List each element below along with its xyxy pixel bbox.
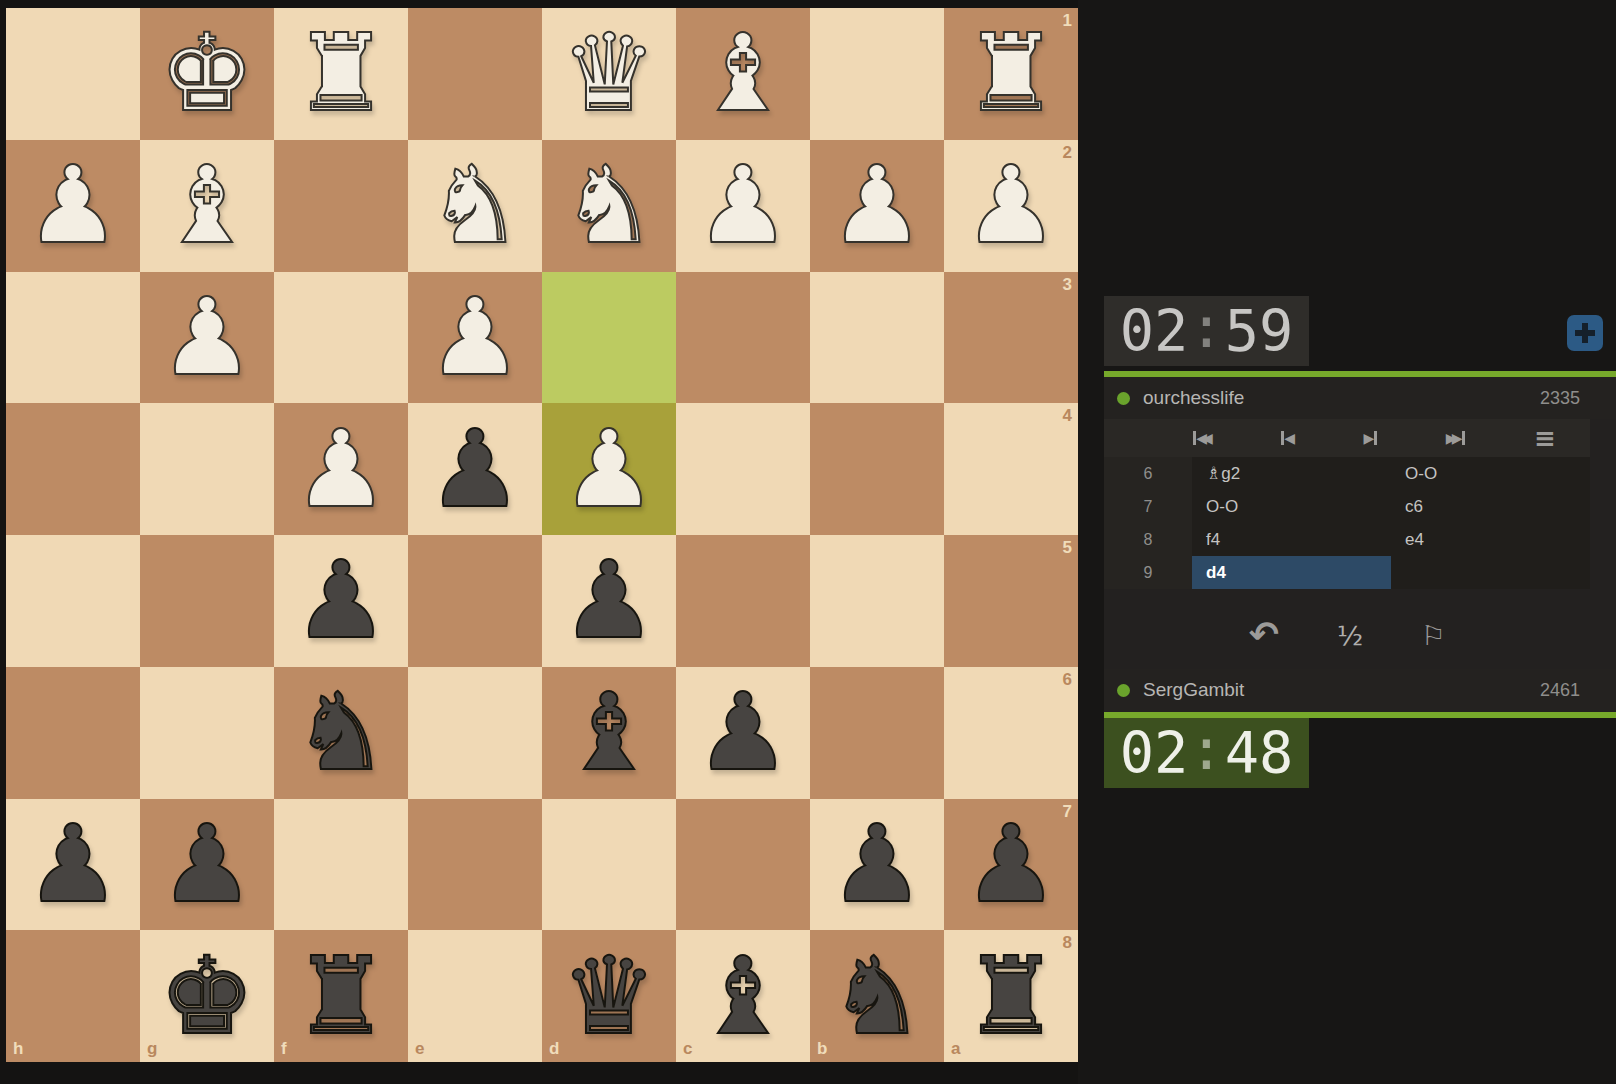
file-label: a bbox=[951, 1040, 960, 1057]
white-rook[interactable]: ♜ bbox=[963, 20, 1059, 127]
previous-button[interactable]: ◀ bbox=[1279, 429, 1297, 447]
move-black[interactable]: O-O bbox=[1391, 457, 1590, 490]
square-e2[interactable]: ♞ bbox=[408, 140, 542, 272]
flag-icon: ⚐ bbox=[1421, 620, 1445, 651]
square-c8[interactable]: ♝c bbox=[676, 930, 810, 1062]
black-clock: 02:48 bbox=[1104, 718, 1309, 788]
clock-colon: : bbox=[1189, 716, 1223, 782]
square-f3[interactable] bbox=[274, 272, 408, 404]
white-bishop[interactable]: ♝ bbox=[159, 152, 255, 259]
clock-minutes: 02 bbox=[1120, 720, 1189, 786]
square-b1[interactable] bbox=[810, 8, 944, 140]
clock-colon: : bbox=[1189, 294, 1223, 360]
move-row: 6♗g2O-O bbox=[1104, 457, 1590, 490]
square-g4[interactable] bbox=[140, 403, 274, 535]
draw-offer-button[interactable]: ½ bbox=[1331, 621, 1369, 650]
next-button[interactable]: ▶ bbox=[1362, 429, 1380, 447]
square-f2[interactable] bbox=[274, 140, 408, 272]
file-label: b bbox=[817, 1040, 827, 1057]
square-a2[interactable]: ♟2 bbox=[944, 140, 1078, 272]
square-f4[interactable]: ♟ bbox=[274, 403, 408, 535]
square-b7[interactable]: ♟ bbox=[810, 799, 944, 931]
square-e1[interactable] bbox=[408, 8, 542, 140]
white-pawn[interactable]: ♟ bbox=[829, 152, 925, 259]
square-b5[interactable] bbox=[810, 535, 944, 667]
current-move[interactable]: d4 bbox=[1192, 556, 1391, 589]
move-list: 6♗g2O-O7O-Oc68f4e49d4 bbox=[1104, 457, 1590, 589]
rank-label: 6 bbox=[1063, 671, 1072, 688]
last-button[interactable]: ▶▶ bbox=[1444, 429, 1468, 447]
previous-icon: ◀ bbox=[1284, 431, 1295, 445]
game-action-buttons: ↶ ½ ⚐ bbox=[1104, 605, 1590, 665]
rank-label: 7 bbox=[1063, 803, 1072, 820]
black-bishop[interactable]: ♝ bbox=[695, 943, 791, 1050]
white-pawn[interactable]: ♟ bbox=[963, 152, 1059, 259]
square-c2[interactable]: ♟ bbox=[676, 140, 810, 272]
last-icon: ▶▶ bbox=[1446, 431, 1463, 445]
online-indicator bbox=[1117, 684, 1130, 697]
chess-board: ♚♜♛♝♜1♟♝♞♞♟♟♟2♟♟3♟♟♟4♟♟5♞♝♟6♟♟♟♟7h♚g♜fe♛… bbox=[6, 8, 1078, 1062]
rank-label: 3 bbox=[1063, 276, 1072, 293]
black-knight[interactable]: ♞ bbox=[293, 679, 389, 786]
square-h8[interactable]: h bbox=[6, 930, 140, 1062]
plus-icon bbox=[1567, 315, 1603, 351]
square-b3[interactable] bbox=[810, 272, 944, 404]
square-d4[interactable]: ♟ bbox=[542, 403, 676, 535]
move-nav: ◀◀◀▶▶▶≡ bbox=[1104, 419, 1590, 457]
player-row-top: ourchesslife 2335 bbox=[1104, 377, 1616, 419]
menu-icon: ≡ bbox=[1534, 425, 1556, 451]
white-knight[interactable]: ♞ bbox=[561, 152, 657, 259]
white-clock: 02:59 bbox=[1104, 296, 1309, 366]
white-rook[interactable]: ♜ bbox=[293, 20, 389, 127]
square-f1[interactable]: ♜ bbox=[274, 8, 408, 140]
square-g8[interactable]: ♚g bbox=[140, 930, 274, 1062]
move-number: 7 bbox=[1104, 490, 1192, 523]
square-g1[interactable]: ♚ bbox=[140, 8, 274, 140]
black-rook[interactable]: ♜ bbox=[963, 943, 1059, 1050]
white-bishop[interactable]: ♝ bbox=[695, 20, 791, 127]
move-number: 9 bbox=[1104, 556, 1192, 589]
menu-button[interactable]: ≡ bbox=[1532, 423, 1558, 453]
clock-seconds: 59 bbox=[1225, 298, 1294, 364]
square-d3[interactable] bbox=[542, 272, 676, 404]
file-label: h bbox=[13, 1040, 23, 1057]
white-pawn[interactable]: ♟ bbox=[695, 152, 791, 259]
square-a6[interactable]: 6 bbox=[944, 667, 1078, 799]
square-d5[interactable]: ♟ bbox=[542, 535, 676, 667]
move-black[interactable]: c6 bbox=[1391, 490, 1590, 523]
black-rook[interactable]: ♜ bbox=[293, 943, 389, 1050]
black-knight[interactable]: ♞ bbox=[829, 943, 925, 1050]
square-h7[interactable]: ♟ bbox=[6, 799, 140, 931]
move-black[interactable]: e4 bbox=[1391, 523, 1590, 556]
white-king[interactable]: ♚ bbox=[159, 20, 255, 127]
square-h6[interactable] bbox=[6, 667, 140, 799]
square-c1[interactable]: ♝ bbox=[676, 8, 810, 140]
square-h3[interactable] bbox=[6, 272, 140, 404]
square-b4[interactable] bbox=[810, 403, 944, 535]
square-d1[interactable]: ♛ bbox=[542, 8, 676, 140]
square-h1[interactable] bbox=[6, 8, 140, 140]
square-d8[interactable]: ♛d bbox=[542, 930, 676, 1062]
square-f5[interactable]: ♟ bbox=[274, 535, 408, 667]
square-d6[interactable]: ♝ bbox=[542, 667, 676, 799]
square-a3[interactable]: 3 bbox=[944, 272, 1078, 404]
square-g7[interactable]: ♟ bbox=[140, 799, 274, 931]
square-g3[interactable]: ♟ bbox=[140, 272, 274, 404]
move-row: 8f4e4 bbox=[1104, 523, 1590, 556]
move-black[interactable] bbox=[1391, 556, 1590, 589]
game-info-panel: ourchesslife 2335 ◀◀◀▶▶▶≡ 6♗g2O-O7O-Oc68… bbox=[1104, 377, 1616, 712]
next-icon: ▶ bbox=[1364, 431, 1375, 445]
move-white[interactable]: ♗g2 bbox=[1192, 457, 1391, 490]
square-g6[interactable] bbox=[140, 667, 274, 799]
square-h2[interactable]: ♟ bbox=[6, 140, 140, 272]
black-pawn[interactable]: ♟ bbox=[427, 416, 523, 523]
square-a7[interactable]: ♟7 bbox=[944, 799, 1078, 931]
square-c5[interactable] bbox=[676, 535, 810, 667]
white-pawn[interactable]: ♟ bbox=[25, 152, 121, 259]
square-a5[interactable]: 5 bbox=[944, 535, 1078, 667]
move-row: 7O-Oc6 bbox=[1104, 490, 1590, 523]
undo-arrow-icon: ↶ bbox=[1249, 614, 1279, 655]
white-pawn[interactable]: ♟ bbox=[561, 416, 657, 523]
black-pawn[interactable]: ♟ bbox=[963, 811, 1059, 918]
square-c6[interactable]: ♟ bbox=[676, 667, 810, 799]
square-e7[interactable] bbox=[408, 799, 542, 931]
first-icon: ◀◀ bbox=[1196, 431, 1213, 445]
move-number: 6 bbox=[1104, 457, 1192, 490]
player-row-bottom: SergGambit 2461 bbox=[1104, 669, 1616, 711]
square-b8[interactable]: ♞b bbox=[810, 930, 944, 1062]
square-c4[interactable] bbox=[676, 403, 810, 535]
square-a8[interactable]: ♜8a bbox=[944, 930, 1078, 1062]
square-d7[interactable] bbox=[542, 799, 676, 931]
square-b6[interactable] bbox=[810, 667, 944, 799]
black-pawn[interactable]: ♟ bbox=[561, 547, 657, 654]
black-bishop[interactable]: ♝ bbox=[561, 679, 657, 786]
square-e4[interactable]: ♟ bbox=[408, 403, 542, 535]
square-c7[interactable] bbox=[676, 799, 810, 931]
square-f8[interactable]: ♜f bbox=[274, 930, 408, 1062]
square-f7[interactable] bbox=[274, 799, 408, 931]
clock-minutes: 02 bbox=[1120, 298, 1189, 364]
square-b2[interactable]: ♟ bbox=[810, 140, 944, 272]
white-pawn[interactable]: ♟ bbox=[159, 284, 255, 391]
white-pawn[interactable]: ♟ bbox=[293, 416, 389, 523]
square-a1[interactable]: ♜1 bbox=[944, 8, 1078, 140]
white-knight[interactable]: ♞ bbox=[427, 152, 523, 259]
file-label: c bbox=[683, 1040, 692, 1057]
move-white[interactable]: f4 bbox=[1192, 523, 1391, 556]
square-a4[interactable]: 4 bbox=[944, 403, 1078, 535]
player-name-top[interactable]: ourchesslife bbox=[1143, 387, 1244, 409]
rank-label: 5 bbox=[1063, 539, 1072, 556]
move-white[interactable]: O-O bbox=[1192, 490, 1391, 523]
black-pawn[interactable]: ♟ bbox=[25, 811, 121, 918]
black-pawn[interactable]: ♟ bbox=[159, 811, 255, 918]
black-king[interactable]: ♚ bbox=[159, 943, 255, 1050]
square-c3[interactable] bbox=[676, 272, 810, 404]
square-e6[interactable] bbox=[408, 667, 542, 799]
resign-button[interactable]: ⚐ bbox=[1415, 621, 1451, 650]
file-label: d bbox=[549, 1040, 559, 1057]
square-d2[interactable]: ♞ bbox=[542, 140, 676, 272]
square-h4[interactable] bbox=[6, 403, 140, 535]
black-queen[interactable]: ♛ bbox=[561, 943, 657, 1050]
black-pawn[interactable]: ♟ bbox=[829, 811, 925, 918]
white-pawn[interactable]: ♟ bbox=[427, 284, 523, 391]
square-e3[interactable]: ♟ bbox=[408, 272, 542, 404]
move-row: 9d4 bbox=[1104, 556, 1590, 589]
takeback-button[interactable]: ↶ bbox=[1243, 616, 1285, 654]
side-panel: 02:59 ourchesslife 2335 ◀◀◀▶▶▶≡ 6♗g2O-O7… bbox=[1078, 0, 1616, 1084]
square-h5[interactable] bbox=[6, 535, 140, 667]
rank-label: 1 bbox=[1063, 12, 1072, 29]
rank-label: 2 bbox=[1063, 144, 1072, 161]
square-f6[interactable]: ♞ bbox=[274, 667, 408, 799]
online-indicator bbox=[1117, 392, 1130, 405]
white-queen[interactable]: ♛ bbox=[561, 20, 657, 127]
black-pawn[interactable]: ♟ bbox=[293, 547, 389, 654]
first-button[interactable]: ◀◀ bbox=[1191, 429, 1215, 447]
give-more-time-button[interactable] bbox=[1567, 315, 1603, 351]
square-e8[interactable]: e bbox=[408, 930, 542, 1062]
file-label: f bbox=[281, 1040, 287, 1057]
player-name-bottom[interactable]: SergGambit bbox=[1143, 679, 1244, 701]
black-pawn[interactable]: ♟ bbox=[695, 679, 791, 786]
file-label: e bbox=[415, 1040, 424, 1057]
file-label: g bbox=[147, 1040, 157, 1057]
square-g5[interactable] bbox=[140, 535, 274, 667]
player-rating-bottom: 2461 bbox=[1540, 680, 1580, 701]
player-rating-top: 2335 bbox=[1540, 388, 1580, 409]
rank-label: 4 bbox=[1063, 407, 1072, 424]
clock-seconds: 48 bbox=[1225, 720, 1294, 786]
move-number: 8 bbox=[1104, 523, 1192, 556]
half-point-icon: ½ bbox=[1337, 620, 1363, 651]
square-g2[interactable]: ♝ bbox=[140, 140, 274, 272]
game-screen: ♚♜♛♝♜1♟♝♞♞♟♟♟2♟♟3♟♟♟4♟♟5♞♝♟6♟♟♟♟7h♚g♜fe♛… bbox=[0, 0, 1616, 1084]
rank-label: 8 bbox=[1063, 934, 1072, 951]
square-e5[interactable] bbox=[408, 535, 542, 667]
